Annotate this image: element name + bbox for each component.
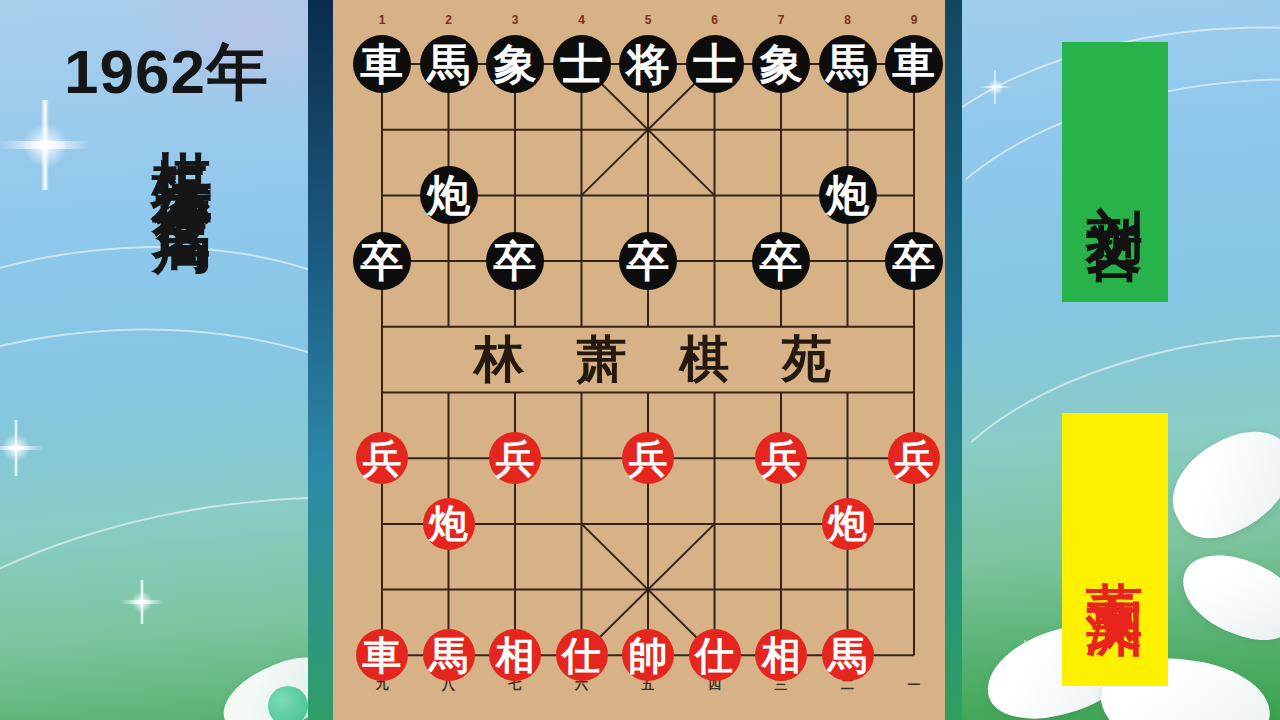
river-char: 苑 [782,326,832,393]
xiangqi-piece-red[interactable]: 兵 [622,432,674,484]
xiangqi-board[interactable]: 林 萧 棋 苑 123456789 九八七六五四三二一 車馬象士将士象馬車炮炮卒… [333,0,945,720]
xiangqi-piece-black[interactable]: 馬 [420,35,478,93]
xiangqi-piece-red[interactable]: 仕 [689,629,741,681]
xiangqi-piece-red[interactable]: 炮 [822,498,874,550]
xiangqi-piece-black[interactable]: 卒 [353,232,411,290]
sparkle-star [1010,640,1040,670]
xiangqi-piece-red[interactable]: 車 [356,629,408,681]
xiangqi-piece-black[interactable]: 象 [486,35,544,93]
xiangqi-piece-red[interactable]: 相 [755,629,807,681]
xiangqi-piece-black[interactable]: 馬 [819,35,877,93]
xiangqi-piece-red[interactable]: 相 [489,629,541,681]
file-number-top: 5 [633,14,663,26]
xiangqi-piece-black[interactable]: 卒 [486,232,544,290]
xiangqi-piece-black[interactable]: 車 [885,35,943,93]
xiangqi-piece-black[interactable]: 象 [752,35,810,93]
xiangqi-piece-red[interactable]: 帥 [622,629,674,681]
player-name-box-black: 刘文哲 [1062,42,1168,302]
sparkle-star [120,580,164,624]
xiangqi-piece-red[interactable]: 馬 [822,629,874,681]
xiangqi-piece-black[interactable]: 炮 [420,166,478,224]
river-char: 棋 [679,326,729,393]
file-number-top: 3 [500,14,530,26]
flower-petal [1155,415,1280,554]
file-number-top: 9 [899,14,929,26]
xiangqi-piece-black[interactable]: 士 [553,35,611,93]
file-number-top: 2 [434,14,464,26]
river-char: 林 [474,326,524,393]
window-strip-right [945,0,962,720]
xiangqi-piece-black[interactable]: 卒 [619,232,677,290]
file-number-bottom: 一 [899,678,929,691]
teal-circle [268,686,308,720]
river-char: 萧 [577,326,627,393]
xiangqi-piece-black[interactable]: 卒 [752,232,810,290]
xiangqi-piece-red[interactable]: 仕 [556,629,608,681]
file-number-top: 1 [367,14,397,26]
file-number-top: 6 [700,14,730,26]
file-number-top: 4 [567,14,597,26]
river-label: 林 萧 棋 苑 [448,327,858,391]
xiangqi-piece-red[interactable]: 兵 [356,432,408,484]
wallpaper: 1962年 棋坛天才传世名局 林 萧 棋 苑 123456789 九八七六五四三… [0,0,1280,720]
xiangqi-piece-red[interactable]: 馬 [423,629,475,681]
xiangqi-piece-red[interactable]: 兵 [489,432,541,484]
file-number-top: 7 [766,14,796,26]
file-number-top: 8 [833,14,863,26]
xiangqi-piece-black[interactable]: 士 [686,35,744,93]
xiangqi-piece-black[interactable]: 将 [619,35,677,93]
window-strip-left [308,0,333,720]
player-name-box-red: 董文渊 [1062,413,1168,686]
xiangqi-piece-black[interactable]: 車 [353,35,411,93]
sparkle-star [0,420,44,476]
flower-petal [1172,543,1280,650]
player-name-red: 董文渊 [1087,536,1144,563]
xiangqi-piece-black[interactable]: 炮 [819,166,877,224]
player-name-black: 刘文哲 [1087,159,1144,186]
xiangqi-piece-red[interactable]: 兵 [755,432,807,484]
xiangqi-piece-red[interactable]: 炮 [423,498,475,550]
xiangqi-piece-black[interactable]: 卒 [885,232,943,290]
event-title-vertical: 棋坛天才传世名局 [152,102,212,182]
xiangqi-piece-red[interactable]: 兵 [888,432,940,484]
sparkle-star [978,70,1012,104]
